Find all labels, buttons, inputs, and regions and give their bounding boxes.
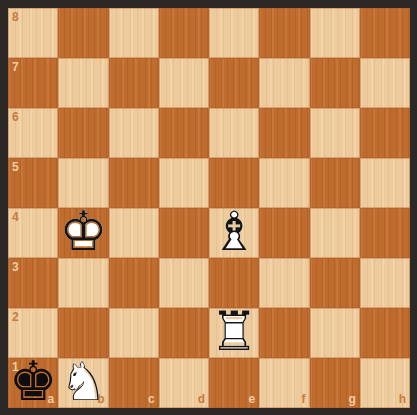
square-b1[interactable]: b♞♘	[58, 358, 108, 408]
rank-label-2: 2	[12, 311, 19, 323]
square-c8[interactable]	[109, 8, 159, 58]
square-e1[interactable]: e	[209, 358, 259, 408]
rank-label-5: 5	[12, 161, 19, 173]
square-g4[interactable]	[310, 208, 360, 258]
white-knight-glyph: ♘	[58, 358, 108, 408]
square-a8[interactable]: 8	[8, 8, 58, 58]
square-f4[interactable]	[259, 208, 309, 258]
square-e2[interactable]: ♜♖	[209, 308, 259, 358]
square-d7[interactable]	[159, 58, 209, 108]
white-rook-glyph: ♖	[209, 308, 259, 358]
file-label-g: g	[348, 393, 355, 405]
square-f2[interactable]	[259, 308, 309, 358]
file-label-f: f	[302, 393, 306, 405]
square-d8[interactable]	[159, 8, 209, 58]
rank-label-6: 6	[12, 111, 19, 123]
rank-label-4: 4	[12, 211, 19, 223]
square-a7[interactable]: 7	[8, 58, 58, 108]
square-d4[interactable]	[159, 208, 209, 258]
square-h2[interactable]	[360, 308, 410, 358]
square-d2[interactable]	[159, 308, 209, 358]
square-c2[interactable]	[109, 308, 159, 358]
square-g3[interactable]	[310, 258, 360, 308]
square-f3[interactable]	[259, 258, 309, 308]
square-b7[interactable]	[58, 58, 108, 108]
square-b5[interactable]	[58, 158, 108, 208]
white-rook[interactable]: ♜♖	[209, 308, 259, 358]
rank-label-8: 8	[12, 11, 19, 23]
square-h7[interactable]	[360, 58, 410, 108]
black-king[interactable]: ♚	[8, 358, 58, 408]
square-c4[interactable]	[109, 208, 159, 258]
square-b2[interactable]	[58, 308, 108, 358]
white-bishop-glyph: ♗	[209, 208, 259, 258]
square-g1[interactable]: g	[310, 358, 360, 408]
square-d3[interactable]	[159, 258, 209, 308]
square-h6[interactable]	[360, 108, 410, 158]
square-d6[interactable]	[159, 108, 209, 158]
square-c3[interactable]	[109, 258, 159, 308]
square-f8[interactable]	[259, 8, 309, 58]
square-d5[interactable]	[159, 158, 209, 208]
square-b3[interactable]	[58, 258, 108, 308]
square-e5[interactable]	[209, 158, 259, 208]
square-e6[interactable]	[209, 108, 259, 158]
square-a4[interactable]: 4	[8, 208, 58, 258]
square-h3[interactable]	[360, 258, 410, 308]
black-king-glyph: ♚	[8, 358, 58, 408]
square-b6[interactable]	[58, 108, 108, 158]
square-c7[interactable]	[109, 58, 159, 108]
square-g2[interactable]	[310, 308, 360, 358]
board-background: 87654♚♔♝♗32♜♖1a♚b♞♘cdefgh	[0, 0, 417, 415]
square-a2[interactable]: 2	[8, 308, 58, 358]
square-b8[interactable]	[58, 8, 108, 58]
square-h1[interactable]: h	[360, 358, 410, 408]
square-h5[interactable]	[360, 158, 410, 208]
square-g5[interactable]	[310, 158, 360, 208]
white-bishop[interactable]: ♝♗	[209, 208, 259, 258]
square-g6[interactable]	[310, 108, 360, 158]
square-e8[interactable]	[209, 8, 259, 58]
square-e7[interactable]	[209, 58, 259, 108]
square-c6[interactable]	[109, 108, 159, 158]
square-a5[interactable]: 5	[8, 158, 58, 208]
file-label-h: h	[399, 393, 406, 405]
square-e4[interactable]: ♝♗	[209, 208, 259, 258]
white-knight[interactable]: ♞♘	[58, 358, 108, 408]
rank-label-3: 3	[12, 261, 19, 273]
white-king[interactable]: ♚♔	[58, 208, 108, 258]
square-c1[interactable]: c	[109, 358, 159, 408]
square-c5[interactable]	[109, 158, 159, 208]
square-f6[interactable]	[259, 108, 309, 158]
square-h8[interactable]	[360, 8, 410, 58]
square-f5[interactable]	[259, 158, 309, 208]
square-h4[interactable]	[360, 208, 410, 258]
square-f7[interactable]	[259, 58, 309, 108]
white-king-glyph: ♔	[58, 208, 108, 258]
square-g7[interactable]	[310, 58, 360, 108]
square-g8[interactable]	[310, 8, 360, 58]
file-label-c: c	[148, 393, 155, 405]
rank-label-7: 7	[12, 61, 19, 73]
square-a1[interactable]: 1a♚	[8, 358, 58, 408]
file-label-e: e	[249, 393, 256, 405]
square-a6[interactable]: 6	[8, 108, 58, 158]
file-label-d: d	[198, 393, 205, 405]
square-f1[interactable]: f	[259, 358, 309, 408]
square-b4[interactable]: ♚♔	[58, 208, 108, 258]
square-d1[interactable]: d	[159, 358, 209, 408]
square-e3[interactable]	[209, 258, 259, 308]
chess-board: 87654♚♔♝♗32♜♖1a♚b♞♘cdefgh	[8, 8, 410, 408]
square-a3[interactable]: 3	[8, 258, 58, 308]
